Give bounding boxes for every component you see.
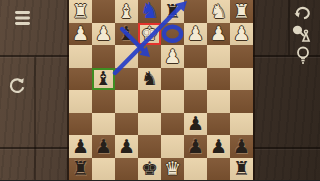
piece-bN-e4[interactable]: ♞ [141, 69, 158, 88]
piece-bP-c7[interactable]: ♟ [187, 137, 204, 156]
piece-bR-h8[interactable]: ♜ [72, 159, 89, 178]
square-b2[interactable]: ♟ [207, 23, 230, 46]
square-e7[interactable] [138, 135, 161, 158]
square-f3[interactable] [115, 45, 138, 68]
undo-button[interactable] [293, 4, 313, 20]
piece-wK-e2[interactable]: ♚ [141, 24, 158, 43]
square-a5[interactable] [230, 90, 253, 113]
square-b1[interactable]: ♞ [207, 0, 230, 23]
square-e4[interactable]: ♞ [138, 68, 161, 91]
piece-wP-h2[interactable]: ♟ [72, 24, 89, 43]
square-b4[interactable] [207, 68, 230, 91]
square-f4[interactable] [115, 68, 138, 91]
square-h1[interactable]: ♜ [69, 0, 92, 23]
piece-bP-h7[interactable]: ♟ [72, 137, 89, 156]
square-h3[interactable] [69, 45, 92, 68]
wood-plank-joint [34, 57, 36, 180]
piece-bP-c6[interactable]: ♟ [187, 114, 204, 133]
piece-bP-b7[interactable]: ♟ [210, 137, 227, 156]
square-d3[interactable]: ♟ [161, 45, 184, 68]
piece-bK-e8[interactable]: ♚ [141, 159, 158, 178]
piece-wP-a2[interactable]: ♟ [233, 24, 250, 43]
square-a6[interactable] [230, 113, 253, 136]
square-e5[interactable] [138, 90, 161, 113]
undo-arrow-icon [295, 8, 309, 18]
piece-bP-g7[interactable]: ♟ [95, 137, 112, 156]
piece-wP-g2[interactable]: ♟ [95, 24, 112, 43]
square-a4[interactable] [230, 68, 253, 91]
square-d6[interactable] [161, 113, 184, 136]
square-h4[interactable] [69, 68, 92, 91]
square-a1[interactable]: ♜ [230, 0, 253, 23]
square-a2[interactable]: ♟ [230, 23, 253, 46]
square-h8[interactable]: ♜ [69, 158, 92, 181]
piece-bR-d1[interactable]: ♜ [164, 2, 181, 21]
square-g2[interactable]: ♟ [92, 23, 115, 46]
square-g6[interactable] [92, 113, 115, 136]
square-e6[interactable] [138, 113, 161, 136]
square-d8[interactable]: ♛ [161, 158, 184, 181]
square-b7[interactable]: ♟ [207, 135, 230, 158]
square-g4[interactable]: ♝ [92, 68, 115, 91]
square-b8[interactable] [207, 158, 230, 181]
piece-bB-g4[interactable]: ♝ [95, 69, 112, 88]
flip-board-button[interactable] [7, 75, 27, 95]
square-c3[interactable] [184, 45, 207, 68]
square-f7[interactable]: ♟ [115, 135, 138, 158]
piece-bR-a8[interactable]: ♜ [233, 159, 250, 178]
square-d7[interactable] [161, 135, 184, 158]
piece-wB-f1[interactable]: ♝ [118, 2, 135, 21]
piece-wP-b2[interactable]: ♟ [210, 24, 227, 43]
square-g1[interactable] [92, 0, 115, 23]
square-a3[interactable] [230, 45, 253, 68]
piece-wN-b1[interactable]: ♞ [210, 2, 227, 21]
square-g3[interactable] [92, 45, 115, 68]
square-c8[interactable] [184, 158, 207, 181]
square-f1[interactable]: ♝ [115, 0, 138, 23]
square-g8[interactable] [92, 158, 115, 181]
square-e2[interactable]: ♚ [138, 23, 161, 46]
hand-with-piece-icon [293, 26, 309, 41]
square-h6[interactable] [69, 113, 92, 136]
square-d1[interactable]: ♜ [161, 0, 184, 23]
square-e8[interactable]: ♚ [138, 158, 161, 181]
square-c7[interactable]: ♟ [184, 135, 207, 158]
circular-arrow-icon [11, 78, 24, 92]
square-g5[interactable] [92, 90, 115, 113]
square-f6[interactable] [115, 113, 138, 136]
piece-wP-d3[interactable]: ♟ [164, 47, 181, 66]
square-e1[interactable]: ♞ [138, 0, 161, 23]
square-c6[interactable]: ♟ [184, 113, 207, 136]
piece-bP-a7[interactable]: ♟ [233, 137, 250, 156]
square-h2[interactable]: ♟ [69, 23, 92, 46]
square-f5[interactable] [115, 90, 138, 113]
square-h7[interactable]: ♟ [69, 135, 92, 158]
square-a7[interactable]: ♟ [230, 135, 253, 158]
piece-wQ-d8[interactable]: ♛ [164, 159, 181, 178]
annotation-blue-knight-e1: ♞ [140, 0, 160, 22]
square-c1[interactable] [184, 0, 207, 23]
hamburger-icon [15, 11, 30, 25]
chess-board: ♜♝♞♜♞♜♟♟♝♚♟♟♟♟♝♞♟♟♟♟♟♟♟♜♚♛♜ [69, 0, 253, 180]
square-d4[interactable] [161, 68, 184, 91]
square-c5[interactable] [184, 90, 207, 113]
square-c4[interactable] [184, 68, 207, 91]
app-screen: ♜♝♞♜♞♜♟♟♝♚♟♟♟♟♝♞♟♟♟♟♟♟♟♜♚♛♜ [0, 0, 320, 180]
square-h5[interactable] [69, 90, 92, 113]
square-c2[interactable]: ♟ [184, 23, 207, 46]
square-e3[interactable] [138, 45, 161, 68]
square-d2[interactable] [161, 23, 184, 46]
square-b5[interactable] [207, 90, 230, 113]
lightbulb-icon [298, 48, 308, 64]
piece-bP-f7[interactable]: ♟ [118, 137, 135, 156]
piece-wR-h1[interactable]: ♜ [72, 2, 89, 21]
square-b6[interactable] [207, 113, 230, 136]
menu-button[interactable] [13, 9, 33, 27]
square-a8[interactable]: ♜ [230, 158, 253, 181]
piece-wR-a1[interactable]: ♜ [233, 2, 250, 21]
piece-wP-c2[interactable]: ♟ [187, 24, 204, 43]
square-b3[interactable] [207, 45, 230, 68]
square-f8[interactable] [115, 158, 138, 181]
show-move-button[interactable] [289, 23, 313, 43]
piece-bB-f2[interactable]: ♝ [118, 24, 135, 43]
hint-button[interactable] [294, 45, 312, 65]
square-g7[interactable]: ♟ [92, 135, 115, 158]
square-f2[interactable]: ♝ [115, 23, 138, 46]
square-d5[interactable] [161, 90, 184, 113]
